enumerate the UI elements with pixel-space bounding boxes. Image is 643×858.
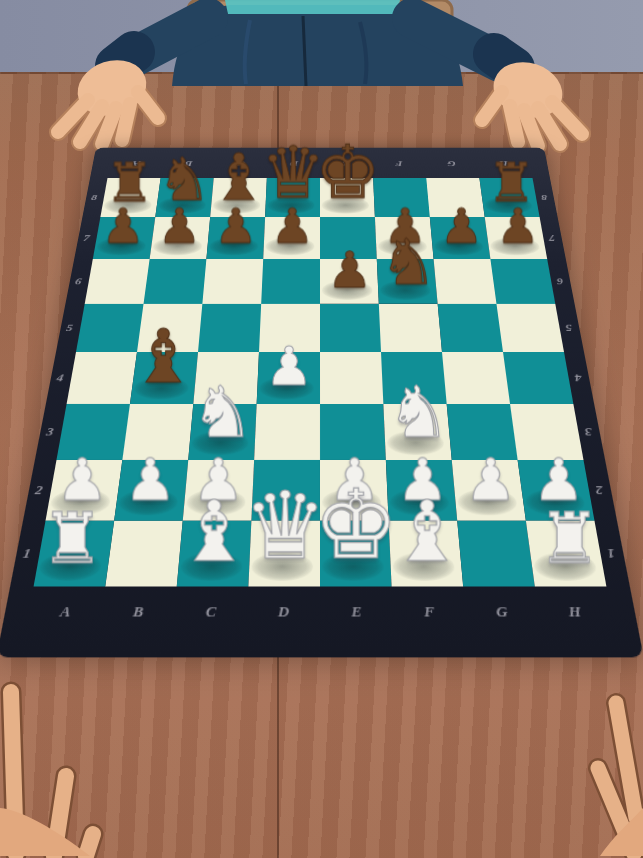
square-f1[interactable]: ♝ (389, 521, 464, 587)
piece-black-p-h7[interactable]: ♟ (496, 202, 539, 250)
coordinate-label: 7 (83, 232, 91, 243)
coordinate-label: H (567, 603, 582, 622)
square-g1[interactable] (457, 521, 535, 587)
square-b4[interactable]: ♝ (130, 352, 198, 404)
square-c5[interactable] (198, 304, 261, 352)
square-g5[interactable] (438, 304, 503, 352)
coordinate-label: F (395, 159, 403, 169)
piece-white-b-c1[interactable]: ♝ (176, 489, 251, 573)
coordinate-label: 1 (605, 544, 616, 561)
square-a6[interactable] (85, 259, 150, 304)
square-d1[interactable]: ♛ (248, 521, 320, 587)
coordinate-label: 6 (556, 275, 564, 287)
square-g7[interactable]: ♟ (430, 217, 491, 259)
coordinate-label: 3 (583, 424, 593, 439)
square-e6[interactable]: ♟ (320, 259, 379, 304)
coordinate-label: D (290, 159, 298, 169)
player-hands (0, 658, 643, 858)
piece-black-p-b7[interactable]: ♟ (157, 202, 200, 250)
coordinate-label: F (423, 603, 435, 622)
square-h4[interactable] (503, 352, 573, 404)
opponent-collar (225, 0, 400, 14)
square-f5[interactable] (379, 304, 442, 352)
player-right-hand (598, 703, 643, 856)
coordinate-label: 3 (45, 424, 55, 439)
coordinate-label: 6 (74, 275, 82, 287)
square-b1[interactable] (105, 521, 183, 587)
piece-white-k-e1[interactable]: ♚ (313, 478, 399, 573)
coordinate-label: 1 (22, 544, 33, 561)
square-e4[interactable] (320, 352, 383, 404)
square-a7[interactable]: ♟ (93, 217, 155, 259)
piece-white-n-f3[interactable]: ♞ (386, 378, 449, 449)
square-d3[interactable] (254, 404, 320, 460)
square-a1[interactable]: ♜ (34, 521, 115, 587)
square-h1[interactable]: ♜ (526, 521, 607, 587)
piece-black-p-c7[interactable]: ♟ (214, 202, 257, 250)
coordinate-label: 8 (90, 192, 98, 202)
square-c7[interactable]: ♟ (206, 217, 265, 259)
square-c1[interactable]: ♝ (177, 521, 252, 587)
coordinate-label: C (205, 603, 217, 622)
square-d7[interactable]: ♟ (263, 217, 320, 259)
coordinate-label: 8 (540, 192, 548, 202)
coordinate-label: G (495, 603, 508, 622)
coordinate-label: B (184, 159, 193, 169)
piece-white-p-d4[interactable]: ♟ (265, 340, 313, 394)
square-g6[interactable] (434, 259, 497, 304)
square-d6[interactable] (261, 259, 320, 304)
piece-white-r-h1[interactable]: ♜ (537, 503, 600, 573)
piece-black-p-g7[interactable]: ♟ (439, 202, 482, 250)
piece-white-b-f1[interactable]: ♝ (389, 489, 464, 573)
coordinate-label: 7 (548, 232, 556, 243)
square-b6[interactable] (144, 259, 207, 304)
square-h6[interactable] (490, 259, 555, 304)
square-g4[interactable] (442, 352, 510, 404)
piece-black-b-b4[interactable]: ♝ (130, 319, 197, 393)
square-d4[interactable]: ♟ (257, 352, 320, 404)
coordinate-label: B (132, 603, 144, 622)
piece-black-n-f6[interactable]: ♞ (379, 232, 436, 295)
square-h7[interactable]: ♟ (485, 217, 547, 259)
coordinate-label: E (342, 159, 350, 169)
coordinate-label: E (351, 603, 362, 622)
square-e1[interactable]: ♚ (320, 521, 392, 587)
square-c6[interactable] (202, 259, 263, 304)
board-grid: ♜♞♝♛♚♜♟♟♟♟♟♟♟♟♞♝♟♞♞♟♟♟♟♟♟♟♜♝♛♚♝♜ (34, 178, 607, 587)
coordinate-label: 4 (573, 371, 582, 385)
coordinate-label: C (237, 159, 245, 169)
files-bottom: ABCDEFGH (26, 596, 614, 629)
piece-white-r-a1[interactable]: ♜ (40, 503, 103, 573)
player-left-hand (0, 692, 93, 856)
square-h5[interactable] (496, 304, 564, 352)
piece-white-p-b2[interactable]: ♟ (124, 450, 176, 508)
coordinate-label: D (278, 603, 290, 622)
piece-black-p-a7[interactable]: ♟ (101, 202, 144, 250)
coordinate-label: 2 (34, 482, 44, 498)
piece-white-n-c3[interactable]: ♞ (190, 378, 253, 449)
square-e8[interactable]: ♚ (320, 178, 375, 217)
piece-white-p-g2[interactable]: ♟ (464, 450, 516, 508)
piece-black-p-e6[interactable]: ♟ (327, 245, 372, 295)
square-a4[interactable] (67, 352, 137, 404)
piece-black-k-e8[interactable]: ♚ (314, 136, 380, 209)
coordinate-label: A (59, 603, 72, 622)
piece-black-p-d7[interactable]: ♟ (270, 202, 313, 250)
chess-app-screen: ABCDEFGH ABCDEFGH 87654321 87654321 ♜♞♝♛… (0, 0, 643, 858)
coordinate-label: G (447, 159, 456, 169)
coordinate-label: 4 (56, 371, 65, 385)
square-e5[interactable] (320, 304, 381, 352)
square-f6[interactable]: ♞ (377, 259, 438, 304)
coordinate-label: 5 (65, 321, 74, 334)
chess-board-frame: ABCDEFGH ABCDEFGH 87654321 87654321 ♜♞♝♛… (0, 148, 643, 658)
coordinate-label: 5 (564, 321, 573, 334)
square-b7[interactable]: ♟ (150, 217, 211, 259)
coordinate-label: 2 (594, 482, 604, 498)
